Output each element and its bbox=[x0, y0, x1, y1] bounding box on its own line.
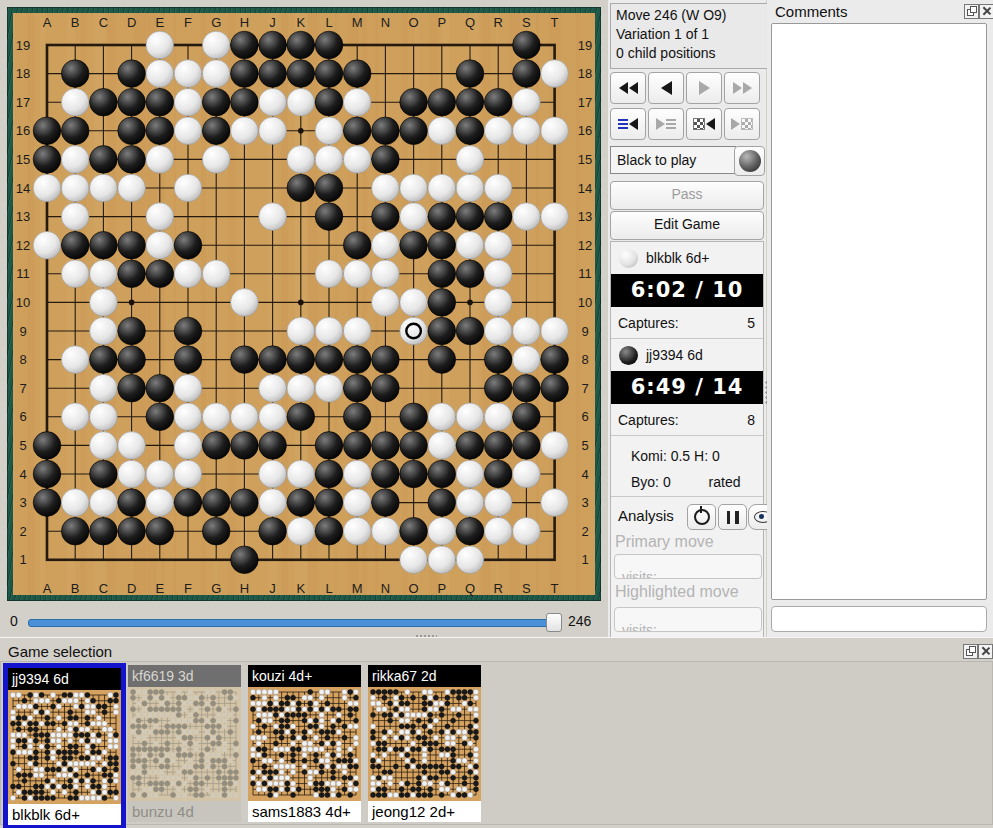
stone-black bbox=[372, 146, 400, 174]
stone-black bbox=[287, 60, 315, 88]
step-backward-icon bbox=[661, 81, 672, 95]
black-player-name: jj9394 6d bbox=[646, 347, 703, 363]
coord-row-left: 5 bbox=[19, 438, 26, 453]
coord-col-top: T bbox=[551, 15, 559, 30]
stone-black bbox=[118, 117, 146, 145]
coord-row-left: 9 bbox=[19, 324, 26, 339]
stone-black bbox=[146, 403, 174, 431]
stone-white bbox=[202, 260, 230, 288]
stone-black bbox=[484, 374, 512, 402]
stone-white bbox=[343, 260, 371, 288]
stone-black bbox=[315, 346, 343, 374]
byo-label: Byo: bbox=[631, 474, 659, 490]
stone-white bbox=[456, 489, 484, 517]
slider-min-label: 0 bbox=[10, 613, 18, 629]
black-player-clock: 6:49 / 14 bbox=[611, 371, 763, 404]
stone-black bbox=[428, 203, 456, 231]
stone-black bbox=[118, 260, 146, 288]
stone-white bbox=[90, 432, 118, 460]
game-thumbnail[interactable]: kf6619 3dbunzu 4d bbox=[128, 665, 241, 822]
stone-black bbox=[118, 346, 146, 374]
thumbnail-bottom-player: sams1883 4d+ bbox=[248, 801, 361, 822]
stone-white bbox=[541, 317, 569, 345]
forward-to-comment-icon bbox=[656, 118, 665, 130]
stone-white bbox=[202, 403, 230, 431]
comments-title: Comments bbox=[775, 3, 848, 20]
stone-black bbox=[400, 517, 428, 545]
stone-white bbox=[33, 174, 61, 202]
stone-white bbox=[90, 174, 118, 202]
stone-black bbox=[287, 346, 315, 374]
stone-white bbox=[202, 60, 230, 88]
comments-panel: Comments bbox=[767, 0, 993, 637]
game-thumbnail[interactable]: rikka67 2djeong12 2d+ bbox=[368, 665, 481, 822]
stone-black bbox=[315, 31, 343, 59]
stone-black bbox=[400, 403, 428, 431]
coord-col-bottom: T bbox=[551, 581, 559, 596]
stone-white bbox=[90, 260, 118, 288]
stone-white bbox=[259, 403, 287, 431]
stone-white bbox=[61, 88, 89, 116]
stone-white bbox=[259, 374, 287, 402]
stone-white bbox=[541, 432, 569, 460]
stone-black bbox=[541, 374, 569, 402]
stone-white bbox=[343, 317, 371, 345]
stone-black bbox=[231, 31, 259, 59]
coord-col-top: N bbox=[381, 15, 390, 30]
stone-white bbox=[174, 432, 202, 460]
stone-white bbox=[174, 88, 202, 116]
primary-visits-field[interactable]: visits: bbox=[614, 554, 762, 579]
stone-white bbox=[118, 432, 146, 460]
stone-black bbox=[456, 317, 484, 345]
stone-white bbox=[61, 146, 89, 174]
stone-black bbox=[372, 374, 400, 402]
coord-row-right: 4 bbox=[581, 467, 588, 482]
stone-black bbox=[231, 346, 259, 374]
game-thumbnail[interactable]: jj9394 6dblkblk 6d+ bbox=[3, 663, 126, 828]
stone-black bbox=[372, 117, 400, 145]
stone-black bbox=[315, 460, 343, 488]
move-slider[interactable] bbox=[28, 612, 560, 632]
white-player-card: blkblk 6d+ 6:02 / 10 Captures:5 bbox=[611, 242, 763, 339]
stone-black bbox=[287, 403, 315, 431]
coord-col-top: D bbox=[127, 15, 136, 30]
stone-white bbox=[146, 460, 174, 488]
stone-white bbox=[146, 489, 174, 517]
coord-row-left: 1 bbox=[19, 552, 26, 567]
analysis-label: Analysis bbox=[618, 507, 674, 524]
stone-white bbox=[400, 174, 428, 202]
stone-black bbox=[259, 346, 287, 374]
thumbnail-board bbox=[128, 687, 241, 801]
stone-black bbox=[315, 88, 343, 116]
restore-icon bbox=[967, 9, 974, 16]
dock-restore-button[interactable] bbox=[963, 644, 978, 659]
rated-label: rated bbox=[709, 474, 741, 490]
coord-col-bottom: Q bbox=[465, 581, 475, 596]
stone-white bbox=[372, 289, 400, 317]
coord-row-left: 16 bbox=[16, 123, 30, 138]
stone-black bbox=[484, 460, 512, 488]
highlighted-move-label: Highlighted move bbox=[615, 583, 739, 601]
coord-col-top: P bbox=[437, 15, 446, 30]
fast-forward-button[interactable] bbox=[724, 72, 760, 104]
stone-white bbox=[231, 403, 259, 431]
coord-row-left: 13 bbox=[16, 209, 30, 224]
thumbnail-bottom-player: jeong12 2d+ bbox=[368, 801, 481, 822]
stone-black bbox=[428, 289, 456, 317]
coord-row-right: 16 bbox=[578, 123, 592, 138]
stone-black bbox=[428, 231, 456, 259]
game-selection-dock: Game selection jj9394 6dblkblk 6d+kf6619… bbox=[0, 637, 993, 828]
coord-col-bottom: L bbox=[325, 581, 332, 596]
stone-black bbox=[484, 432, 512, 460]
pass-button[interactable]: Pass bbox=[610, 181, 764, 210]
coord-col-top: G bbox=[211, 15, 221, 30]
byo-value: 0 bbox=[663, 474, 671, 490]
comments-close-button[interactable] bbox=[979, 4, 993, 19]
stone-white bbox=[428, 517, 456, 545]
game-selection-title: Game selection bbox=[8, 643, 112, 660]
stone-black bbox=[428, 346, 456, 374]
go-board[interactable]: AABBCCDDEEFFGGHHJJKKLLMMNNOOPPQQRRSSTT19… bbox=[7, 7, 601, 601]
stone-black bbox=[90, 346, 118, 374]
stone-white bbox=[372, 231, 400, 259]
stone-white bbox=[61, 489, 89, 517]
stone-black bbox=[315, 517, 343, 545]
coord-col-top: C bbox=[99, 15, 108, 30]
stone-white bbox=[513, 460, 541, 488]
stone-white bbox=[484, 174, 512, 202]
coord-col-bottom: N bbox=[381, 581, 390, 596]
coord-col-bottom: F bbox=[184, 581, 192, 596]
coord-col-bottom: S bbox=[522, 581, 531, 596]
stone-white bbox=[33, 231, 61, 259]
stone-white bbox=[484, 117, 512, 145]
stone-white bbox=[372, 517, 400, 545]
coord-row-left: 11 bbox=[16, 266, 30, 281]
fast-backward-icon bbox=[619, 82, 628, 94]
black-player-card: jj9394 6d 6:49 / 14 Captures:8 bbox=[611, 339, 763, 436]
stone-black bbox=[343, 374, 371, 402]
stone-black bbox=[231, 432, 259, 460]
coord-row-right: 6 bbox=[581, 409, 588, 424]
edit-game-button[interactable]: Edit Game bbox=[610, 211, 764, 240]
stone-black bbox=[428, 317, 456, 345]
stone-black bbox=[287, 31, 315, 59]
comments-textarea[interactable] bbox=[771, 23, 987, 600]
stone-white bbox=[484, 317, 512, 345]
stone-black bbox=[202, 432, 230, 460]
stone-white bbox=[90, 489, 118, 517]
black-captures-value: 8 bbox=[747, 412, 755, 428]
stone-white bbox=[456, 403, 484, 431]
stone-black bbox=[541, 346, 569, 374]
stone-white bbox=[174, 460, 202, 488]
white-player-clock: 6:02 / 10 bbox=[611, 274, 763, 307]
coord-row-left: 7 bbox=[19, 381, 26, 396]
slider-max-label: 246 bbox=[568, 613, 591, 629]
stone-white bbox=[202, 146, 230, 174]
stone-white bbox=[428, 546, 456, 574]
coord-row-right: 10 bbox=[578, 295, 592, 310]
stone-black bbox=[231, 546, 259, 574]
coord-row-left: 8 bbox=[19, 352, 26, 367]
coord-row-right: 7 bbox=[581, 381, 588, 396]
star-point bbox=[129, 300, 135, 306]
coord-row-left: 4 bbox=[19, 467, 26, 482]
stone-black bbox=[61, 60, 89, 88]
stone-white bbox=[259, 489, 287, 517]
coord-col-bottom: K bbox=[296, 581, 305, 596]
stone-black bbox=[372, 346, 400, 374]
forward-to-marker-icon bbox=[731, 118, 740, 130]
stone-white bbox=[61, 203, 89, 231]
stone-white bbox=[343, 88, 371, 116]
stone-white bbox=[484, 403, 512, 431]
coord-row-left: 15 bbox=[16, 152, 30, 167]
game-settings-box: Komi: 0.5 H: 0 Byo: 0 rated bbox=[611, 436, 763, 497]
coord-row-left: 6 bbox=[19, 409, 26, 424]
stone-black bbox=[400, 231, 428, 259]
stone-white bbox=[146, 146, 174, 174]
stone-white bbox=[456, 146, 484, 174]
dock-close-button[interactable] bbox=[978, 644, 993, 659]
stone-white bbox=[61, 260, 89, 288]
coord-col-bottom: J bbox=[269, 581, 276, 596]
stone-white bbox=[118, 174, 146, 202]
forward-to-comment-button[interactable] bbox=[648, 108, 684, 140]
stone-black bbox=[118, 146, 146, 174]
thumbnail-top-player: kf6619 3d bbox=[128, 665, 241, 687]
slider-track[interactable] bbox=[28, 619, 560, 627]
coord-col-bottom: E bbox=[155, 581, 164, 596]
stone-white bbox=[231, 289, 259, 317]
stone-black bbox=[231, 489, 259, 517]
stone-black bbox=[174, 346, 202, 374]
coord-col-bottom: G bbox=[211, 581, 221, 596]
stone-black bbox=[343, 403, 371, 431]
white-captures-value: 5 bbox=[747, 315, 755, 331]
coord-col-bottom: C bbox=[99, 581, 108, 596]
stone-white bbox=[343, 146, 371, 174]
stone-white bbox=[259, 88, 287, 116]
stone-black bbox=[456, 432, 484, 460]
stone-white bbox=[146, 60, 174, 88]
stone-white bbox=[259, 117, 287, 145]
stone-black bbox=[484, 346, 512, 374]
analysis-pause-button[interactable] bbox=[718, 504, 747, 530]
turn-indicator: Black to play bbox=[610, 146, 736, 174]
handicap-label: H: bbox=[694, 448, 708, 464]
star-point bbox=[298, 128, 304, 134]
coord-row-left: 12 bbox=[16, 238, 30, 253]
analysis-power-button[interactable] bbox=[687, 504, 716, 530]
step-backward-button[interactable] bbox=[648, 72, 684, 104]
slider-handle[interactable] bbox=[546, 613, 562, 632]
fast-backward-button[interactable] bbox=[610, 72, 646, 104]
back-to-comment-button[interactable] bbox=[610, 108, 646, 140]
go-board-svg[interactable]: AABBCCDDEEFFGGHHJJKKLLMMNNOOPPQQRRSSTT19… bbox=[7, 7, 601, 601]
stone-white bbox=[541, 203, 569, 231]
coord-col-top: F bbox=[184, 15, 192, 30]
stone-black bbox=[202, 517, 230, 545]
stone-black bbox=[33, 460, 61, 488]
stone-black bbox=[231, 88, 259, 116]
stone-white bbox=[372, 174, 400, 202]
stone-black bbox=[118, 374, 146, 402]
thumbnail-top-player: kouzi 4d+ bbox=[248, 665, 361, 687]
stone-white bbox=[400, 546, 428, 574]
stone-black bbox=[118, 231, 146, 259]
coord-row-right: 12 bbox=[578, 238, 592, 253]
stone-black bbox=[372, 489, 400, 517]
stone-black bbox=[33, 489, 61, 517]
coord-row-right: 1 bbox=[581, 552, 588, 567]
stone-white bbox=[484, 517, 512, 545]
comments-restore-button[interactable] bbox=[964, 4, 979, 19]
stone-black bbox=[90, 88, 118, 116]
power-icon bbox=[694, 509, 710, 525]
stone-black bbox=[146, 517, 174, 545]
stone-white bbox=[287, 317, 315, 345]
stone-black bbox=[146, 117, 174, 145]
stone-black bbox=[202, 88, 230, 116]
coord-row-right: 18 bbox=[578, 66, 592, 81]
move-info-box: Move 246 (W O9) Variation 1 of 1 0 child… bbox=[610, 3, 772, 69]
coord-col-top: J bbox=[269, 15, 276, 30]
stone-white bbox=[174, 403, 202, 431]
stone-white bbox=[456, 231, 484, 259]
star-point bbox=[298, 300, 304, 306]
stone-black bbox=[513, 60, 541, 88]
stone-white bbox=[90, 289, 118, 317]
stone-white bbox=[259, 460, 287, 488]
coord-row-right: 8 bbox=[581, 352, 588, 367]
stone-black bbox=[315, 203, 343, 231]
stone-black bbox=[372, 432, 400, 460]
stone-icon bbox=[739, 150, 761, 172]
stone-black bbox=[118, 517, 146, 545]
stone-black bbox=[513, 432, 541, 460]
stone-black bbox=[118, 317, 146, 345]
forward-to-marker-button[interactable] bbox=[724, 108, 760, 140]
stone-black bbox=[315, 60, 343, 88]
stone-black bbox=[372, 460, 400, 488]
thumbnail-board bbox=[368, 687, 481, 801]
thumbnail-top-player: rikka67 2d bbox=[368, 665, 481, 687]
coord-col-top: S bbox=[522, 15, 531, 30]
thumbnail-top-player: jj9394 6d bbox=[8, 668, 121, 690]
stone-black bbox=[287, 174, 315, 202]
stone-white bbox=[513, 117, 541, 145]
coord-row-left: 18 bbox=[16, 66, 30, 81]
stone-white bbox=[61, 403, 89, 431]
coord-col-bottom: M bbox=[352, 581, 363, 596]
stone-white bbox=[202, 31, 230, 59]
stone-black bbox=[259, 432, 287, 460]
coord-row-right: 19 bbox=[578, 38, 592, 53]
game-thumbnail[interactable]: kouzi 4d+sams1883 4d+ bbox=[248, 665, 361, 822]
stone-white bbox=[541, 60, 569, 88]
stone-white bbox=[315, 260, 343, 288]
white-captures-label: Captures: bbox=[618, 315, 679, 331]
stone-black bbox=[118, 60, 146, 88]
coord-row-right: 11 bbox=[578, 266, 592, 281]
stone-black bbox=[33, 432, 61, 460]
coord-col-top: Q bbox=[465, 15, 475, 30]
stone-white bbox=[90, 374, 118, 402]
stone-black bbox=[400, 432, 428, 460]
coord-col-bottom: H bbox=[240, 581, 249, 596]
stone-white bbox=[287, 374, 315, 402]
stone-white bbox=[456, 174, 484, 202]
coord-row-right: 2 bbox=[581, 524, 588, 539]
players-stack: blkblk 6d+ 6:02 / 10 Captures:5 jj9394 6… bbox=[610, 241, 764, 639]
stone-black bbox=[118, 88, 146, 116]
stone-white bbox=[484, 260, 512, 288]
stone-black bbox=[456, 117, 484, 145]
coord-row-right: 17 bbox=[578, 95, 592, 110]
restore-icon bbox=[966, 649, 973, 656]
stone-black bbox=[33, 117, 61, 145]
coord-row-right: 15 bbox=[578, 152, 592, 167]
stone-white bbox=[400, 317, 428, 345]
go-client-window: AABBCCDDEEFFGGHHJJKKLLMMNNOOPPQQRRSSTT19… bbox=[0, 0, 993, 828]
stone-black bbox=[33, 146, 61, 174]
star-point bbox=[467, 300, 473, 306]
stone-black bbox=[343, 117, 371, 145]
stone-white bbox=[146, 31, 174, 59]
move-number-label: Move 246 (W O9) bbox=[616, 6, 766, 25]
stone-white bbox=[513, 517, 541, 545]
back-to-marker-button[interactable] bbox=[686, 108, 722, 140]
coord-row-left: 19 bbox=[16, 38, 30, 53]
stone-white bbox=[90, 317, 118, 345]
stone-black bbox=[484, 88, 512, 116]
stone-black bbox=[513, 374, 541, 402]
highlighted-visits-field[interactable]: visits: bbox=[614, 607, 762, 632]
coord-row-left: 14 bbox=[16, 181, 30, 196]
stone-white bbox=[513, 346, 541, 374]
stone-black bbox=[513, 31, 541, 59]
step-forward-button[interactable] bbox=[686, 72, 722, 104]
thumbnail-board bbox=[8, 690, 121, 804]
coord-row-left: 2 bbox=[19, 524, 26, 539]
stone-white bbox=[456, 546, 484, 574]
stone-black bbox=[146, 88, 174, 116]
stone-toggle-button[interactable] bbox=[734, 146, 765, 176]
coord-col-top: A bbox=[43, 15, 52, 30]
stone-black bbox=[343, 60, 371, 88]
stone-white bbox=[428, 432, 456, 460]
stone-white bbox=[61, 346, 89, 374]
coord-row-right: 14 bbox=[578, 181, 592, 196]
stone-white bbox=[146, 231, 174, 259]
primary-move-label: Primary move bbox=[615, 533, 714, 551]
stone-white bbox=[400, 203, 428, 231]
turn-row: Black to play bbox=[610, 146, 762, 174]
comment-input[interactable] bbox=[771, 606, 987, 632]
coord-col-bottom: O bbox=[409, 581, 419, 596]
handicap-value: 0 bbox=[712, 448, 720, 464]
stone-black bbox=[456, 260, 484, 288]
coord-col-top: R bbox=[494, 15, 503, 30]
stone-white bbox=[484, 231, 512, 259]
coord-col-top: M bbox=[352, 15, 363, 30]
coord-col-top: O bbox=[409, 15, 419, 30]
